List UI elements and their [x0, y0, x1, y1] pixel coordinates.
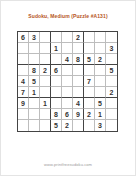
cell-r3c6: 8	[73, 54, 84, 65]
cell-r5c2: 5	[29, 76, 40, 87]
cell-r8c1	[18, 109, 29, 120]
sudoku-grid: 6321348528265457712914586921523	[17, 31, 118, 132]
cell-r3c3	[40, 54, 51, 65]
cell-r8c7: 2	[84, 109, 95, 120]
cell-r4c2: 8	[29, 65, 40, 76]
cell-r7c3: 1	[40, 98, 51, 109]
cell-r8c6: 9	[73, 109, 84, 120]
cell-r1c2: 3	[29, 32, 40, 43]
cell-r6c8	[95, 87, 106, 98]
cell-r1c6: 2	[73, 32, 84, 43]
cell-r7c4	[51, 98, 62, 109]
cell-r9c1	[18, 120, 29, 131]
cell-r7c5	[62, 98, 73, 109]
cell-r3c1	[18, 54, 29, 65]
cell-r9c8: 3	[95, 120, 106, 131]
footer-url: www.printfreesudoku.com	[0, 162, 136, 167]
cell-r2c6	[73, 43, 84, 54]
cell-r2c3	[40, 43, 51, 54]
cell-r5c6	[73, 76, 84, 87]
cell-r9c7	[84, 120, 95, 131]
cell-r1c9	[106, 32, 117, 43]
cell-r7c2	[29, 98, 40, 109]
cell-r6c3	[40, 87, 51, 98]
cell-r5c1: 4	[18, 76, 29, 87]
cell-r1c3	[40, 32, 51, 43]
cell-r6c9: 2	[106, 87, 117, 98]
cell-r9c6	[73, 120, 84, 131]
cell-r1c1: 6	[18, 32, 29, 43]
cell-r1c8	[95, 32, 106, 43]
cell-r4c1	[18, 65, 29, 76]
cell-r2c5	[62, 43, 73, 54]
cell-r4c5	[62, 65, 73, 76]
cell-r2c7	[84, 43, 95, 54]
cell-r8c9	[106, 109, 117, 120]
cell-r4c8	[95, 65, 106, 76]
cell-r4c7	[84, 65, 95, 76]
cell-r7c9	[106, 98, 117, 109]
cell-r2c8	[95, 43, 106, 54]
cell-r5c3	[40, 76, 51, 87]
cell-r7c1: 9	[18, 98, 29, 109]
cell-r7c6: 4	[73, 98, 84, 109]
cell-r3c8: 2	[95, 54, 106, 65]
cell-r2c1	[18, 43, 29, 54]
cell-r9c2	[29, 120, 40, 131]
cell-r3c9	[106, 54, 117, 65]
cell-r9c9	[106, 120, 117, 131]
cell-r3c7: 5	[84, 54, 95, 65]
cell-r1c5	[62, 32, 73, 43]
cell-r6c7	[84, 87, 95, 98]
cell-r7c8: 5	[95, 98, 106, 109]
cell-r7c7	[84, 98, 95, 109]
cell-r3c2	[29, 54, 40, 65]
cell-r6c6	[73, 87, 84, 98]
cell-r8c2	[29, 109, 40, 120]
cell-r6c2: 1	[29, 87, 40, 98]
page-title: Sudoku, Medium (Puzzle #A131)	[0, 13, 136, 19]
cell-r8c4: 8	[51, 109, 62, 120]
cell-r8c5: 6	[62, 109, 73, 120]
cell-r3c5: 4	[62, 54, 73, 65]
cell-r9c4: 5	[51, 120, 62, 131]
cell-r3c4	[51, 54, 62, 65]
cell-r5c7: 7	[84, 76, 95, 87]
cell-r5c8	[95, 76, 106, 87]
cell-r4c4: 6	[51, 65, 62, 76]
cell-r4c6	[73, 65, 84, 76]
cell-r9c5: 2	[62, 120, 73, 131]
sudoku-page: Sudoku, Medium (Puzzle #A131) 6321348528…	[0, 0, 136, 176]
cell-r2c9: 3	[106, 43, 117, 54]
cell-r2c2	[29, 43, 40, 54]
cell-r5c5	[62, 76, 73, 87]
cell-r1c7	[84, 32, 95, 43]
cell-r5c9	[106, 76, 117, 87]
cell-r8c8: 1	[95, 109, 106, 120]
cell-r8c3	[40, 109, 51, 120]
cell-r4c9: 5	[106, 65, 117, 76]
cell-r5c4	[51, 76, 62, 87]
cell-r4c3: 2	[40, 65, 51, 76]
cell-r2c4: 1	[51, 43, 62, 54]
cell-r6c4	[51, 87, 62, 98]
cell-r1c4	[51, 32, 62, 43]
cell-r6c1: 7	[18, 87, 29, 98]
cell-r6c5	[62, 87, 73, 98]
cell-r9c3	[40, 120, 51, 131]
